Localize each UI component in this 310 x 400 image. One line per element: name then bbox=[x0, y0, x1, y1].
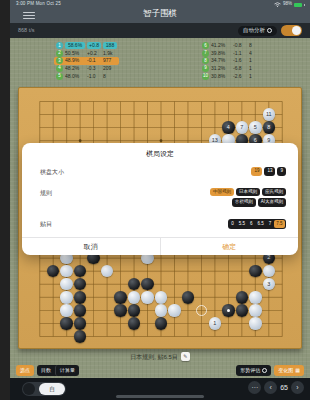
analysis-row[interactable]: 250.5%+0.21.9k bbox=[56, 50, 119, 58]
analysis-row[interactable]: 448.2%-0.3209 bbox=[56, 65, 119, 73]
candidate-delta: -1.6 bbox=[233, 58, 247, 63]
last-move-marker bbox=[227, 309, 231, 313]
candidate-rank-badge: 3 bbox=[56, 57, 63, 64]
analysis-speed: 868 t/s bbox=[18, 28, 35, 34]
next-move-button[interactable]: › bbox=[291, 381, 304, 394]
option-应氏规则[interactable]: 应氏规则 bbox=[262, 188, 286, 197]
candidate-visits: 977 bbox=[103, 58, 117, 63]
white-stone bbox=[155, 304, 167, 316]
candidate-delta: -1.0 bbox=[87, 74, 101, 79]
option-7.5[interactable]: 7.5 bbox=[274, 220, 285, 228]
candidate-winrate: 48.9% bbox=[65, 58, 85, 63]
auto-analysis-button[interactable]: 自动分析 bbox=[238, 26, 277, 36]
white-stone bbox=[249, 304, 261, 316]
black-stone bbox=[74, 317, 86, 329]
wifi-icon bbox=[274, 2, 281, 7]
setting-options: 05.566.577.5 bbox=[228, 219, 286, 229]
candidate-visits: 8 bbox=[103, 74, 117, 79]
dialog-rows: 棋盘大小19139规则中国规则日本规则应氏规则古棋规则AI大赛规则贴目05.56… bbox=[40, 161, 286, 235]
black-stone bbox=[236, 291, 248, 303]
candidate-rank-badge: 8 bbox=[202, 57, 209, 64]
analysis-row[interactable]: 834.7%-1.61 bbox=[202, 57, 263, 65]
candidate-delta: -0.8 bbox=[233, 43, 247, 48]
candidate-rank-badge: 4 bbox=[56, 65, 63, 72]
cancel-button[interactable]: 取消 bbox=[22, 238, 160, 255]
candidate-visits: 4 bbox=[249, 51, 263, 56]
candidate-delta: +0.8 bbox=[87, 42, 101, 49]
white-stone bbox=[101, 265, 113, 277]
white-stone: 1 bbox=[209, 317, 221, 329]
candidate-winrate: 50.5% bbox=[65, 51, 85, 56]
battery-tip bbox=[304, 4, 305, 6]
analysis-row[interactable]: 931.2%-6.81 bbox=[202, 65, 263, 73]
candidate-visits: 1 bbox=[249, 74, 263, 79]
analysis-row[interactable]: 739.8%-1.14 bbox=[202, 50, 263, 58]
white-stone: 11 bbox=[263, 108, 275, 120]
candidate-visits: 1 bbox=[249, 58, 263, 63]
option-0[interactable]: 0 bbox=[229, 220, 237, 228]
analysis-row[interactable]: 1030.8%-2.61 bbox=[202, 72, 263, 80]
toolbar-目数[interactable]: 目数 bbox=[37, 365, 55, 376]
candidate-winrate: 48.2% bbox=[65, 66, 85, 71]
black-stone bbox=[128, 317, 140, 329]
black-stone bbox=[249, 265, 261, 277]
candidate-delta: -2.6 bbox=[233, 74, 247, 79]
candidate-visits: 1 bbox=[249, 66, 263, 71]
toolbar-形势评估[interactable]: 形势评估 bbox=[236, 365, 271, 376]
option-7[interactable]: 7 bbox=[266, 220, 274, 228]
option-5.5[interactable]: 5.5 bbox=[236, 220, 247, 228]
white-stone bbox=[60, 304, 72, 316]
toolbar-right-group: 形势评估变化图▦ bbox=[236, 363, 304, 377]
black-stone bbox=[74, 291, 86, 303]
black-stone bbox=[128, 304, 140, 316]
white-stone bbox=[249, 317, 261, 329]
white-stone bbox=[60, 278, 72, 290]
move-number: 65 bbox=[280, 384, 288, 391]
option-13[interactable]: 13 bbox=[264, 167, 275, 176]
status-time: 3:00 PM bbox=[16, 1, 34, 6]
auto-play-toggle[interactable]: 自 bbox=[22, 382, 66, 396]
candidate-visits: 209 bbox=[103, 66, 117, 71]
candidate-winrate: 58.6% bbox=[65, 42, 85, 49]
candidate-delta: +0.2 bbox=[87, 51, 101, 56]
candidate-winrate: 39.8% bbox=[211, 51, 231, 56]
candidate-rank-badge: 10 bbox=[202, 73, 209, 80]
suggested-move-marker[interactable] bbox=[196, 305, 207, 316]
setting-label: 贴目 bbox=[40, 219, 52, 227]
candidate-delta: -6.8 bbox=[233, 66, 247, 71]
toolbar-label: 变化图 bbox=[278, 368, 293, 373]
analysis-toggle[interactable] bbox=[281, 25, 302, 36]
candidate-visits: 8 bbox=[249, 43, 263, 48]
white-stone bbox=[263, 265, 275, 277]
status-right: 98% bbox=[274, 2, 305, 7]
setting-options: 19139 bbox=[251, 167, 286, 176]
candidate-delta: -0.1 bbox=[87, 58, 101, 63]
black-stone bbox=[236, 304, 248, 316]
option-古棋规则[interactable]: 古棋规则 bbox=[232, 198, 256, 207]
confirm-button[interactable]: 确定 bbox=[160, 238, 299, 255]
candidate-rank-badge: 5 bbox=[56, 73, 63, 80]
toolbar-pill-group: 目数计算量 bbox=[37, 365, 79, 376]
white-stone bbox=[141, 291, 153, 303]
toggle-knob bbox=[292, 26, 301, 35]
candidate-rank-badge: 2 bbox=[56, 50, 63, 57]
board-toolbar: 选点目数计算量 形势评估变化图▦ bbox=[10, 363, 310, 377]
analysis-list-right: 641.2%-0.88739.8%-1.14834.7%-1.61931.2%-… bbox=[202, 42, 263, 80]
candidate-rank-badge: 1 bbox=[56, 42, 63, 49]
setting-label: 规则 bbox=[40, 188, 52, 196]
more-button[interactable]: ⋯ bbox=[248, 381, 261, 394]
toolbar-left-group: 选点目数计算量 bbox=[16, 363, 79, 377]
black-stone: 4 bbox=[222, 121, 234, 133]
candidate-delta: -0.3 bbox=[87, 66, 101, 71]
white-stone bbox=[155, 291, 167, 303]
toolbar-变化图[interactable]: 变化图▦ bbox=[274, 365, 304, 376]
toolbar-选点[interactable]: 选点 bbox=[16, 365, 34, 376]
battery-percent: 98% bbox=[283, 2, 292, 7]
status-date: Mon Oct 25 bbox=[36, 1, 61, 6]
move-nav-group: ⋯ ‹ 65 › bbox=[248, 381, 304, 394]
candidate-winrate: 30.8% bbox=[211, 74, 231, 79]
dialog-footer: 取消 确定 bbox=[22, 237, 298, 255]
option-9[interactable]: 9 bbox=[277, 167, 286, 176]
black-stone bbox=[114, 291, 126, 303]
toolbar-计算量[interactable]: 计算量 bbox=[55, 365, 79, 376]
white-stone bbox=[249, 291, 261, 303]
white-stone bbox=[60, 265, 72, 277]
analysis-control-bar: 868 t/s 自动分析 bbox=[10, 23, 310, 38]
black-stone bbox=[74, 265, 86, 277]
candidate-rank-badge: 9 bbox=[202, 65, 209, 72]
dialog-setting-row: 规则中国规则日本规则应氏规则古棋规则AI大赛规则 bbox=[40, 188, 286, 207]
candidate-visits: 188 bbox=[103, 42, 117, 49]
edit-rules-button[interactable]: ✎ bbox=[181, 352, 190, 361]
variation-grid-icon: ▦ bbox=[295, 368, 300, 373]
app-title: 智子围棋 bbox=[10, 9, 310, 18]
black-stone bbox=[60, 317, 72, 329]
status-time-date: 3:00 PM Mon Oct 25 bbox=[16, 2, 61, 7]
option-6.5[interactable]: 6.5 bbox=[255, 220, 266, 228]
option-日本规则[interactable]: 日本规则 bbox=[236, 188, 260, 197]
option-AI大赛规则[interactable]: AI大赛规则 bbox=[258, 198, 286, 207]
black-stone bbox=[182, 291, 194, 303]
white-stone: 7 bbox=[236, 121, 248, 133]
setting-label: 棋盘大小 bbox=[40, 167, 64, 175]
option-6[interactable]: 6 bbox=[247, 220, 255, 228]
white-stone: 3 bbox=[263, 278, 275, 290]
bottom-bar: 自 ⋯ ‹ 65 › bbox=[10, 378, 310, 400]
candidate-winrate: 48.0% bbox=[65, 74, 85, 79]
black-stone bbox=[74, 304, 86, 316]
black-stone bbox=[141, 278, 153, 290]
candidate-winrate: 41.2% bbox=[211, 43, 231, 48]
auto-play-label: 自 bbox=[39, 383, 65, 395]
black-stone bbox=[74, 330, 86, 342]
prev-move-button[interactable]: ‹ bbox=[264, 381, 277, 394]
analysis-list-left: 158.6%+0.8188250.5%+0.21.9k348.9%-0.1977… bbox=[56, 42, 119, 80]
progress-circle-icon bbox=[267, 28, 272, 33]
top-bar: 3:00 PM Mon Oct 25 98% 智子围棋 bbox=[10, 0, 310, 23]
analysis-row[interactable]: 548.0%-1.08 bbox=[56, 72, 119, 80]
option-19[interactable]: 19 bbox=[251, 167, 262, 176]
circle-indicator-icon bbox=[262, 368, 267, 373]
dialog-setting-row: 棋盘大小19139 bbox=[40, 167, 286, 176]
toggle-knob-dark bbox=[23, 383, 35, 395]
white-stone bbox=[168, 304, 180, 316]
black-stone: 8 bbox=[263, 121, 275, 133]
rules-caption-text: 日本规则, 贴6.5目 bbox=[130, 354, 178, 360]
white-stone bbox=[128, 291, 140, 303]
home-indicator bbox=[116, 395, 204, 398]
auto-analysis-label: 自动分析 bbox=[243, 28, 265, 34]
toolbar-label: 形势评估 bbox=[240, 368, 260, 373]
dialog-setting-row: 贴目05.566.577.5 bbox=[40, 219, 286, 229]
battery-icon bbox=[294, 3, 302, 7]
setting-options: 中国规则日本规则应氏规则古棋规则AI大赛规则 bbox=[208, 188, 286, 207]
candidate-delta: -1.1 bbox=[233, 51, 247, 56]
pencil-icon: ✎ bbox=[183, 354, 187, 359]
option-中国规则[interactable]: 中国规则 bbox=[210, 188, 234, 197]
analysis-row[interactable]: 348.9%-0.1977 bbox=[54, 57, 119, 65]
candidate-winrate: 34.7% bbox=[211, 58, 231, 63]
candidate-rank-badge: 6 bbox=[202, 42, 209, 49]
black-stone bbox=[114, 304, 126, 316]
candidate-rank-badge: 7 bbox=[202, 50, 209, 57]
candidate-visits: 1.9k bbox=[103, 51, 117, 56]
black-stone bbox=[128, 278, 140, 290]
settings-dialog: 棋局设定 棋盘大小19139规则中国规则日本规则应氏规则古棋规则AI大赛规则贴目… bbox=[22, 143, 298, 255]
rules-caption: 日本规则, 贴6.5目 ✎ bbox=[10, 352, 310, 361]
candidate-winrate: 31.2% bbox=[211, 66, 231, 71]
app-frame: 3:00 PM Mon Oct 25 98% 智子围棋 868 t/s 自动分析… bbox=[10, 0, 310, 400]
dialog-title: 棋局设定 bbox=[22, 143, 298, 157]
white-stone bbox=[60, 291, 72, 303]
black-stone bbox=[155, 317, 167, 329]
analysis-row[interactable]: 158.6%+0.8188 bbox=[56, 42, 119, 50]
black-stone bbox=[222, 304, 234, 316]
analysis-row[interactable]: 641.2%-0.88 bbox=[202, 42, 263, 50]
white-stone: 5 bbox=[249, 121, 261, 133]
black-stone bbox=[47, 265, 59, 277]
black-stone bbox=[74, 278, 86, 290]
